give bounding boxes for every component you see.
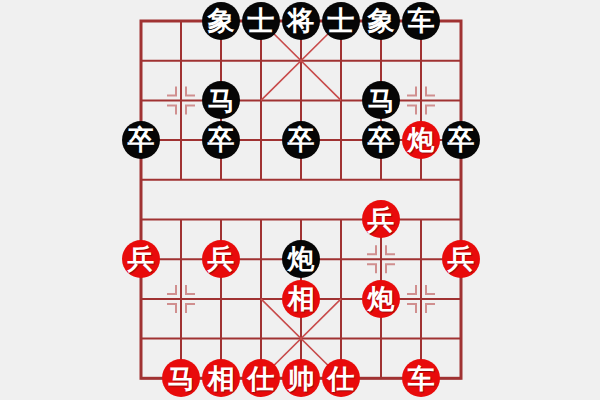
board-point[interactable]: 卒	[441, 120, 481, 160]
board-point[interactable]: 将	[281, 1, 321, 41]
board-point[interactable]	[441, 279, 481, 319]
board-point[interactable]	[401, 41, 441, 81]
board-point[interactable]	[281, 199, 321, 239]
board-point[interactable]	[401, 279, 441, 319]
piece-black-cannon[interactable]: 炮	[282, 240, 320, 278]
board-point[interactable]	[441, 41, 481, 81]
board-point[interactable]: 马	[201, 80, 241, 120]
board-point[interactable]	[401, 160, 441, 200]
board-point[interactable]	[401, 319, 441, 359]
board-point[interactable]	[161, 120, 201, 160]
board-point[interactable]	[361, 319, 401, 359]
board-point[interactable]: 卒	[201, 120, 241, 160]
board-point[interactable]	[241, 279, 281, 319]
board-point[interactable]	[121, 358, 161, 398]
board-point[interactable]	[361, 41, 401, 81]
board-point[interactable]: 兵	[441, 239, 481, 279]
piece-red-advisor[interactable]: 仕	[242, 359, 280, 397]
board-point[interactable]: 相	[281, 279, 321, 319]
board-point[interactable]: 兵	[361, 199, 401, 239]
piece-red-advisor[interactable]: 仕	[322, 359, 360, 397]
board-point[interactable]: 相	[201, 358, 241, 398]
board-point[interactable]	[161, 80, 201, 120]
board-point[interactable]: 象	[361, 1, 401, 41]
board-point[interactable]	[161, 319, 201, 359]
board-point[interactable]	[121, 41, 161, 81]
board-point[interactable]	[121, 199, 161, 239]
board-point[interactable]	[201, 41, 241, 81]
board-point[interactable]	[201, 279, 241, 319]
board-point[interactable]	[241, 41, 281, 81]
board-point[interactable]	[281, 319, 321, 359]
board-point[interactable]: 卒	[361, 120, 401, 160]
piece-black-general[interactable]: 将	[282, 2, 320, 40]
board-point[interactable]	[281, 80, 321, 120]
board-point[interactable]	[441, 319, 481, 359]
piece-black-soldier[interactable]: 卒	[202, 121, 240, 159]
piece-red-soldier[interactable]: 兵	[122, 240, 160, 278]
board-point[interactable]: 士	[241, 1, 281, 41]
board-point[interactable]	[241, 80, 281, 120]
board-point[interactable]	[321, 319, 361, 359]
board-point[interactable]	[321, 279, 361, 319]
piece-red-soldier[interactable]: 兵	[442, 240, 480, 278]
board-point[interactable]: 炮	[361, 279, 401, 319]
piece-black-chariot[interactable]: 车	[402, 2, 440, 40]
board-point[interactable]	[121, 1, 161, 41]
board-point[interactable]	[121, 160, 161, 200]
board-point[interactable]	[161, 160, 201, 200]
piece-red-elephant[interactable]: 相	[202, 359, 240, 397]
piece-red-soldier[interactable]: 兵	[362, 200, 400, 238]
board-point[interactable]	[161, 41, 201, 81]
board-point[interactable]: 炮	[281, 239, 321, 279]
board-point[interactable]: 车	[401, 1, 441, 41]
board-point[interactable]	[241, 239, 281, 279]
board-point[interactable]: 卒	[281, 120, 321, 160]
piece-black-elephant[interactable]: 象	[202, 2, 240, 40]
board-point[interactable]: 炮	[401, 120, 441, 160]
piece-red-general[interactable]: 帅	[282, 359, 320, 397]
board-point[interactable]: 象	[201, 1, 241, 41]
xiangqi-screenshot: 象士将士象车马马卒卒卒卒炮卒兵兵兵炮兵相炮马相仕帅仕车	[0, 0, 600, 400]
board-point[interactable]	[361, 160, 401, 200]
board-point[interactable]	[121, 279, 161, 319]
board-point[interactable]	[401, 199, 441, 239]
piece-black-soldier[interactable]: 卒	[442, 121, 480, 159]
piece-black-horse[interactable]: 马	[362, 81, 400, 119]
board-point[interactable]	[241, 319, 281, 359]
board-point[interactable]: 马	[361, 80, 401, 120]
board-point[interactable]	[241, 160, 281, 200]
board-point[interactable]	[401, 239, 441, 279]
board-point[interactable]: 帅	[281, 358, 321, 398]
board-point[interactable]: 仕	[321, 358, 361, 398]
piece-black-soldier[interactable]: 卒	[282, 121, 320, 159]
board-point[interactable]	[241, 120, 281, 160]
board-point[interactable]	[161, 239, 201, 279]
board-point[interactable]	[321, 80, 361, 120]
piece-black-horse[interactable]: 马	[202, 81, 240, 119]
board-point[interactable]	[201, 160, 241, 200]
board-point[interactable]	[281, 160, 321, 200]
piece-red-soldier[interactable]: 兵	[202, 240, 240, 278]
board-point[interactable]	[241, 199, 281, 239]
piece-red-cannon[interactable]: 炮	[402, 121, 440, 159]
piece-black-soldier[interactable]: 卒	[122, 121, 160, 159]
board-point[interactable]: 车	[401, 358, 441, 398]
board-point[interactable]: 兵	[121, 239, 161, 279]
board-point[interactable]	[161, 1, 201, 41]
board-point[interactable]	[441, 80, 481, 120]
board-point[interactable]	[201, 199, 241, 239]
board-point[interactable]	[361, 239, 401, 279]
board-point[interactable]	[321, 120, 361, 160]
board-point[interactable]	[281, 41, 321, 81]
piece-red-cannon[interactable]: 炮	[362, 280, 400, 318]
board-point[interactable]	[321, 160, 361, 200]
piece-black-elephant[interactable]: 象	[362, 2, 400, 40]
piece-grid: 象士将士象车马马卒卒卒卒炮卒兵兵兵炮兵相炮马相仕帅仕车	[121, 1, 481, 398]
board-point[interactable]	[441, 358, 481, 398]
board-point[interactable]	[121, 80, 161, 120]
piece-black-soldier[interactable]: 卒	[362, 121, 400, 159]
board-point[interactable]	[321, 199, 361, 239]
board-point[interactable]: 兵	[201, 239, 241, 279]
board-point[interactable]	[441, 160, 481, 200]
board-point[interactable]	[321, 41, 361, 81]
piece-red-chariot[interactable]: 车	[402, 359, 440, 397]
board-point[interactable]	[441, 1, 481, 41]
board-point[interactable]	[401, 80, 441, 120]
board-point[interactable]: 马	[161, 358, 201, 398]
piece-red-elephant[interactable]: 相	[282, 280, 320, 318]
board-point[interactable]: 卒	[121, 120, 161, 160]
piece-red-horse[interactable]: 马	[162, 359, 200, 397]
board-point[interactable]	[201, 319, 241, 359]
board-point[interactable]	[361, 358, 401, 398]
board-point[interactable]	[161, 279, 201, 319]
board-point[interactable]	[121, 319, 161, 359]
piece-black-advisor[interactable]: 士	[322, 2, 360, 40]
piece-black-advisor[interactable]: 士	[242, 2, 280, 40]
board-point[interactable]	[321, 239, 361, 279]
board-point[interactable]: 士	[321, 1, 361, 41]
board-point[interactable]: 仕	[241, 358, 281, 398]
board-point[interactable]	[441, 199, 481, 239]
board-point[interactable]	[161, 199, 201, 239]
